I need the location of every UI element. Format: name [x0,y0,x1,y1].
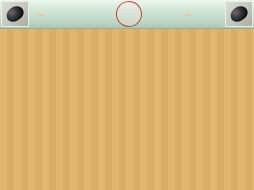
go-board[interactable] [0,28,254,190]
right-player-avatar[interactable] [225,1,253,27]
row-labels [0,28,6,190]
go-app-screen [0,0,254,190]
left-player-timer [37,14,45,16]
game-header [0,0,254,29]
left-player-avatar[interactable] [1,1,29,27]
board-grid[interactable] [1,28,248,190]
right-player-timer [184,14,192,16]
avatar-photo-icon [228,4,250,24]
avatar-photo-icon [4,4,26,24]
turn-indicator-seal [113,0,145,30]
